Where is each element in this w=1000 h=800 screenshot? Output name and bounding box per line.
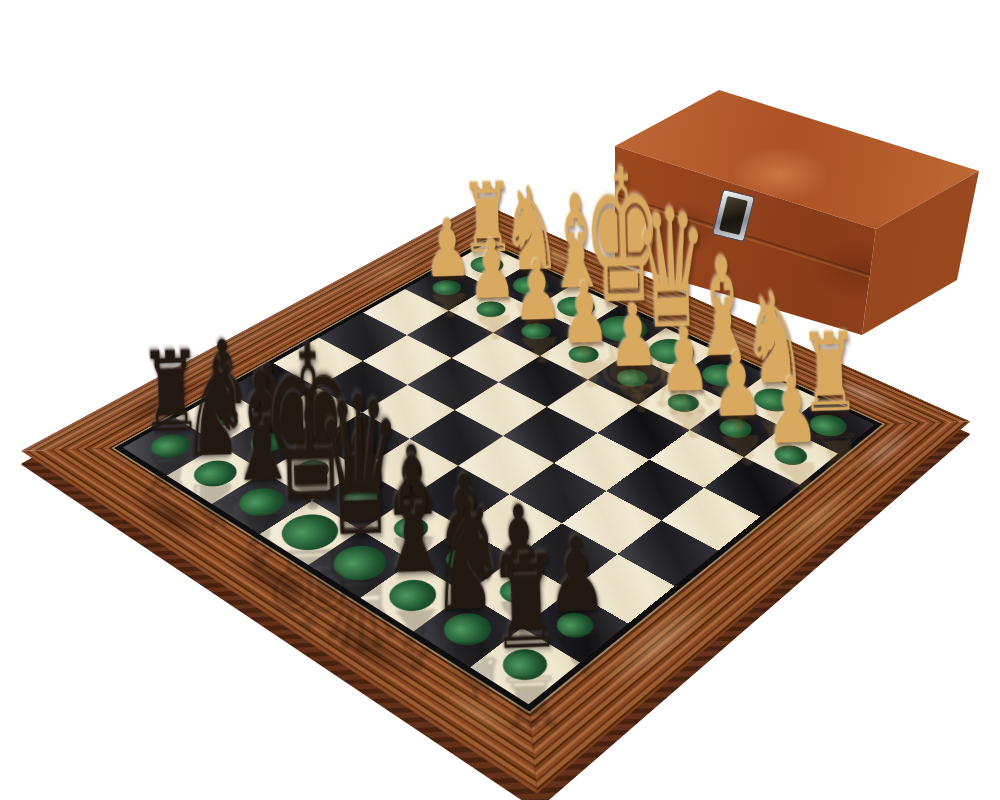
board-grid: ♜♜♟♟♟♟♜♜♞♞♟♟♟♟♞♞♝♝♟♟♟♟♝♝♚♚♟♟♟♟♚♚♛♛♟♟♟♟♛♛… bbox=[123, 244, 874, 704]
black-rook[interactable]: ♜ bbox=[435, 535, 616, 670]
board-perspective-wrapper: ♜♜♟♟♟♟♜♜♞♞♟♟♟♟♞♞♝♝♟♟♟♟♝♝♚♚♟♟♟♟♚♚♛♛♟♟♟♟♛♛… bbox=[0, 0, 1000, 800]
board-playing-field: ♜♜♟♟♟♟♜♜♞♞♟♟♟♟♞♞♝♝♟♟♟♟♝♝♚♚♟♟♟♟♚♚♛♛♟♟♟♟♛♛… bbox=[114, 241, 882, 712]
white-pawn[interactable]: ♟ bbox=[715, 363, 870, 459]
chess-board: ♜♜♟♟♟♟♜♜♞♞♟♟♟♟♞♞♝♝♟♟♟♟♝♝♚♚♟♟♟♟♚♚♛♛♟♟♟♟♛♛… bbox=[21, 203, 970, 794]
chess-set-product-photo: ♜♜♟♟♟♟♜♜♞♞♟♟♟♟♞♞♝♝♟♟♟♟♝♝♚♚♟♟♟♟♚♚♛♛♟♟♟♟♛♛… bbox=[0, 0, 1000, 800]
